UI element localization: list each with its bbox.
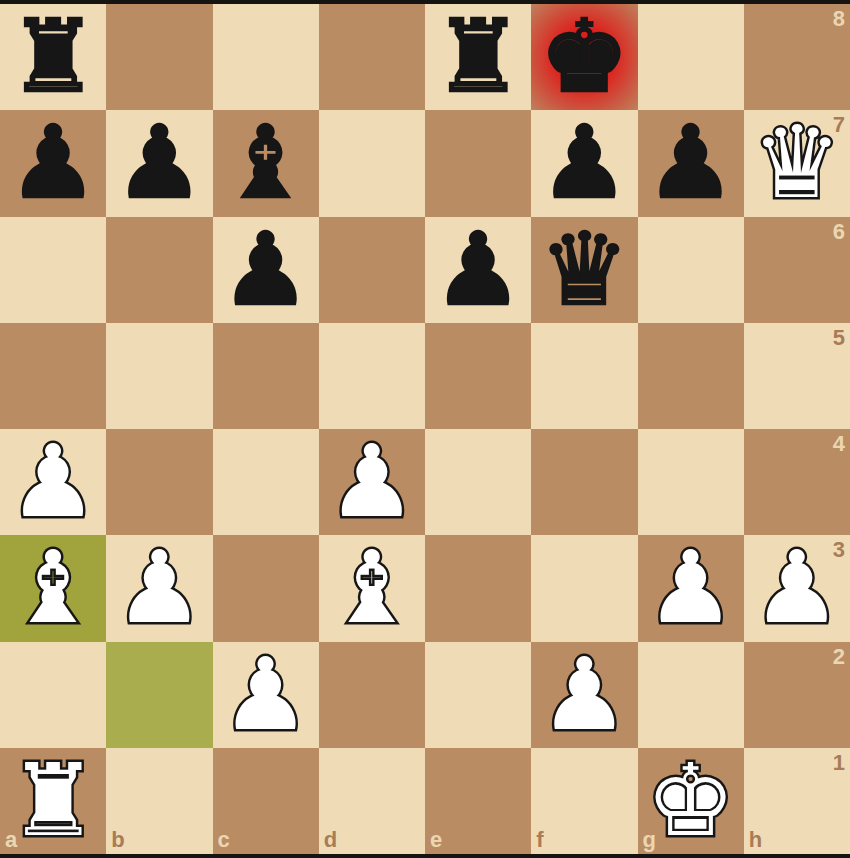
square-c3[interactable] [213, 535, 319, 641]
square-h4[interactable]: 4 [744, 429, 850, 535]
square-b1[interactable]: b [106, 748, 212, 854]
square-e8[interactable]: ♜ [425, 4, 531, 110]
square-h8[interactable]: 8 [744, 4, 850, 110]
square-c1[interactable]: c [213, 748, 319, 854]
white-pawn-piece[interactable]: ♟ [638, 535, 744, 641]
square-e5[interactable] [425, 323, 531, 429]
square-b2[interactable] [106, 642, 212, 748]
square-d4[interactable]: ♟ [319, 429, 425, 535]
square-g3[interactable]: ♟ [638, 535, 744, 641]
square-b4[interactable] [106, 429, 212, 535]
square-h7[interactable]: 7♛ [744, 110, 850, 216]
square-a6[interactable] [0, 217, 106, 323]
white-queen-piece[interactable]: ♛ [744, 110, 850, 216]
square-b5[interactable] [106, 323, 212, 429]
file-label-d: d [324, 829, 337, 851]
square-d3[interactable]: ♝ [319, 535, 425, 641]
white-king-piece[interactable]: ♚ [638, 748, 744, 854]
white-pawn-piece[interactable]: ♟ [0, 429, 106, 535]
square-h1[interactable]: 1h [744, 748, 850, 854]
square-c6[interactable]: ♟ [213, 217, 319, 323]
file-label-b: b [111, 829, 124, 851]
square-g6[interactable] [638, 217, 744, 323]
black-pawn-piece[interactable]: ♟ [638, 110, 744, 216]
white-pawn-piece[interactable]: ♟ [213, 642, 319, 748]
square-d6[interactable] [319, 217, 425, 323]
square-d2[interactable] [319, 642, 425, 748]
square-b6[interactable] [106, 217, 212, 323]
white-pawn-piece[interactable]: ♟ [531, 642, 637, 748]
file-label-h: h [749, 829, 762, 851]
black-king-piece[interactable]: ♚ [531, 4, 637, 110]
square-g5[interactable] [638, 323, 744, 429]
square-a7[interactable]: ♟ [0, 110, 106, 216]
square-f2[interactable]: ♟ [531, 642, 637, 748]
square-e4[interactable] [425, 429, 531, 535]
square-d5[interactable] [319, 323, 425, 429]
square-d8[interactable] [319, 4, 425, 110]
square-c2[interactable]: ♟ [213, 642, 319, 748]
square-h5[interactable]: 5 [744, 323, 850, 429]
square-c5[interactable] [213, 323, 319, 429]
square-a2[interactable] [0, 642, 106, 748]
square-f6[interactable]: ♛ [531, 217, 637, 323]
file-label-e: e [430, 829, 442, 851]
square-e6[interactable]: ♟ [425, 217, 531, 323]
square-c7[interactable]: ♝ [213, 110, 319, 216]
square-g2[interactable] [638, 642, 744, 748]
square-d7[interactable] [319, 110, 425, 216]
square-a5[interactable] [0, 323, 106, 429]
black-pawn-piece[interactable]: ♟ [425, 217, 531, 323]
chess-board: ♜♜♚8♟♟♝♟♟7♛♟♟♛65♟♟4♝♟♝♟3♟♟♟2a♜bcdefg♚1h [0, 4, 850, 854]
black-pawn-piece[interactable]: ♟ [0, 110, 106, 216]
square-e7[interactable] [425, 110, 531, 216]
rank-label-5: 5 [833, 327, 845, 349]
square-e3[interactable] [425, 535, 531, 641]
square-e2[interactable] [425, 642, 531, 748]
rank-label-6: 6 [833, 221, 845, 243]
white-pawn-piece[interactable]: ♟ [106, 535, 212, 641]
rank-label-1: 1 [833, 752, 845, 774]
square-f1[interactable]: f [531, 748, 637, 854]
white-pawn-piece[interactable]: ♟ [319, 429, 425, 535]
rank-label-8: 8 [833, 8, 845, 30]
file-label-c: c [218, 829, 230, 851]
black-rook-piece[interactable]: ♜ [425, 4, 531, 110]
square-f5[interactable] [531, 323, 637, 429]
square-b3[interactable]: ♟ [106, 535, 212, 641]
square-b8[interactable] [106, 4, 212, 110]
square-h3[interactable]: 3♟ [744, 535, 850, 641]
app-frame: ♜♜♚8♟♟♝♟♟7♛♟♟♛65♟♟4♝♟♝♟3♟♟♟2a♜bcdefg♚1h [0, 0, 850, 858]
square-g4[interactable] [638, 429, 744, 535]
file-label-f: f [536, 829, 543, 851]
square-a1[interactable]: a♜ [0, 748, 106, 854]
square-a8[interactable]: ♜ [0, 4, 106, 110]
white-rook-piece[interactable]: ♜ [0, 748, 106, 854]
square-a3[interactable]: ♝ [0, 535, 106, 641]
square-c8[interactable] [213, 4, 319, 110]
rank-label-2: 2 [833, 646, 845, 668]
black-pawn-piece[interactable]: ♟ [213, 217, 319, 323]
square-g1[interactable]: g♚ [638, 748, 744, 854]
square-a4[interactable]: ♟ [0, 429, 106, 535]
white-bishop-piece[interactable]: ♝ [319, 535, 425, 641]
white-pawn-piece[interactable]: ♟ [744, 535, 850, 641]
square-e1[interactable]: e [425, 748, 531, 854]
square-g8[interactable] [638, 4, 744, 110]
square-f3[interactable] [531, 535, 637, 641]
square-h6[interactable]: 6 [744, 217, 850, 323]
square-f7[interactable]: ♟ [531, 110, 637, 216]
square-b7[interactable]: ♟ [106, 110, 212, 216]
black-rook-piece[interactable]: ♜ [0, 4, 106, 110]
square-g7[interactable]: ♟ [638, 110, 744, 216]
square-d1[interactable]: d [319, 748, 425, 854]
square-f8[interactable]: ♚ [531, 4, 637, 110]
black-bishop-piece[interactable]: ♝ [213, 110, 319, 216]
black-queen-piece[interactable]: ♛ [531, 217, 637, 323]
square-h2[interactable]: 2 [744, 642, 850, 748]
square-c4[interactable] [213, 429, 319, 535]
rank-label-4: 4 [833, 433, 845, 455]
black-pawn-piece[interactable]: ♟ [106, 110, 212, 216]
black-pawn-piece[interactable]: ♟ [531, 110, 637, 216]
square-f4[interactable] [531, 429, 637, 535]
white-bishop-piece[interactable]: ♝ [0, 535, 106, 641]
